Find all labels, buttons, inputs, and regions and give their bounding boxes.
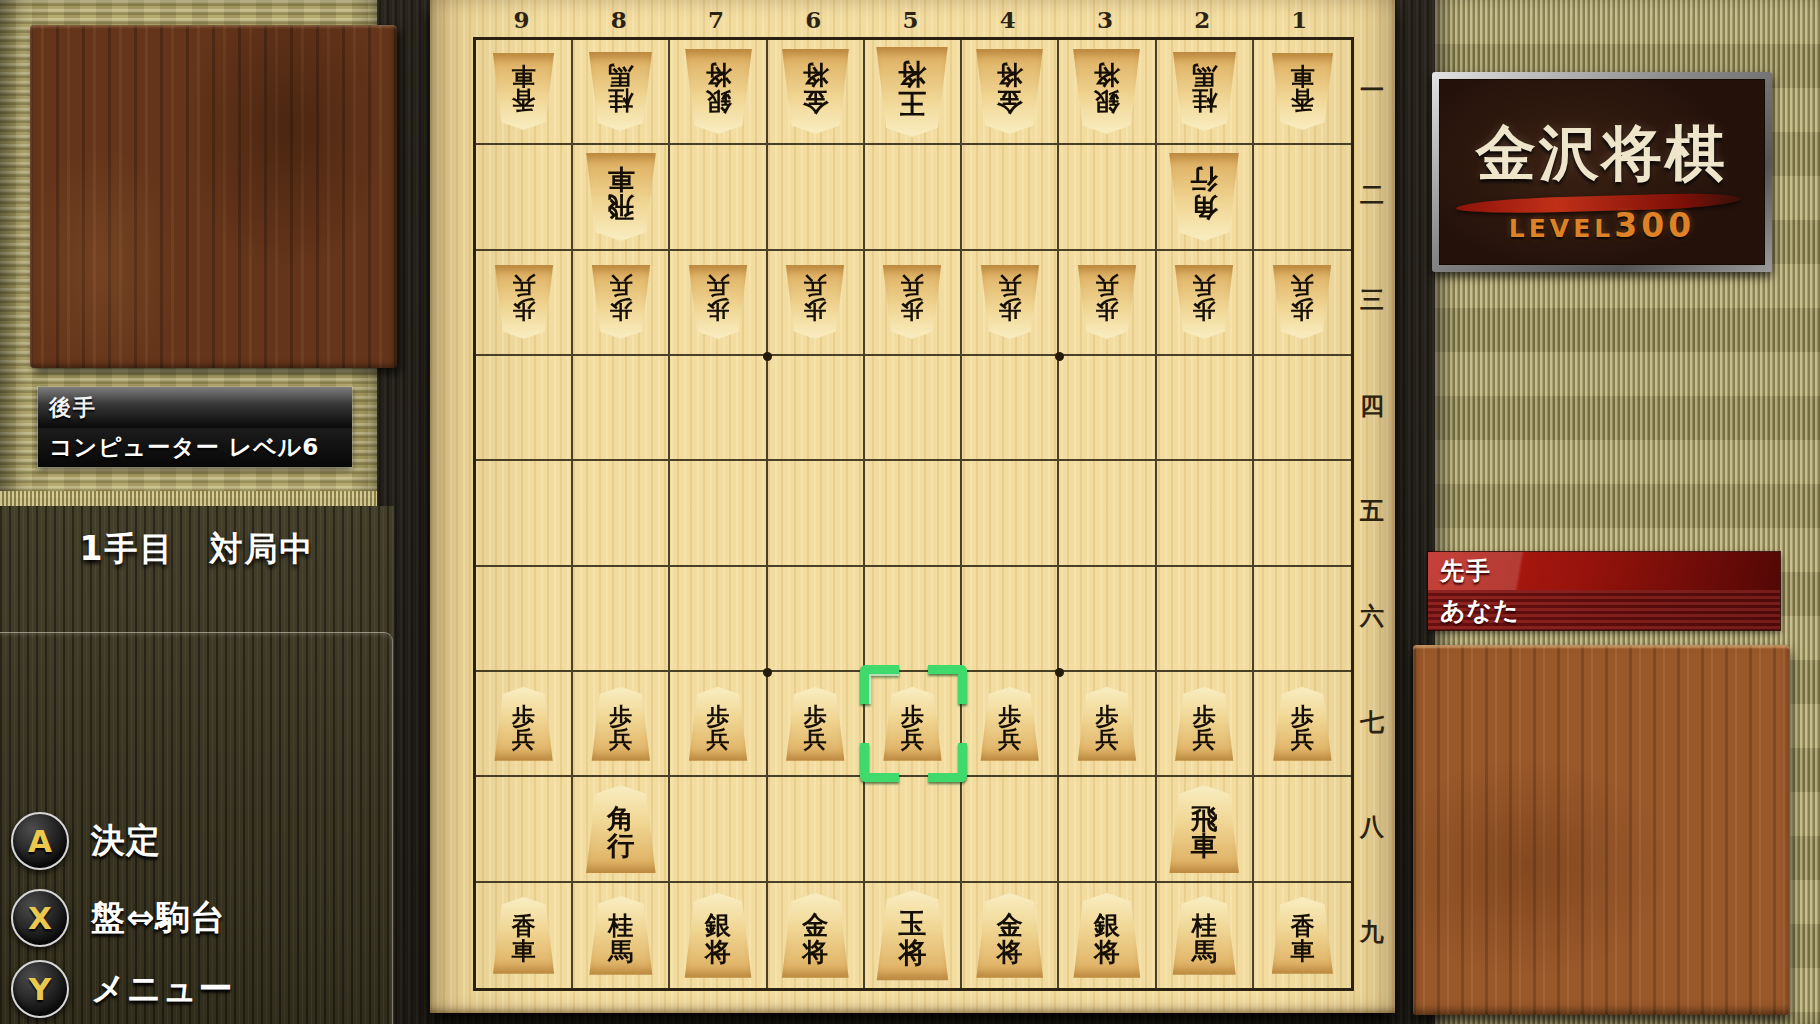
shogi-piece-r-gote[interactable]: 飛車 xyxy=(584,153,658,241)
game-logo-plaque: 金沢将棋 LEVEL300 xyxy=(1432,72,1772,272)
piece-kanji: 兵 xyxy=(1291,275,1314,298)
piece-kanji: 歩 xyxy=(1291,704,1314,727)
shogi-piece-n-gote[interactable]: 桂馬 xyxy=(1171,52,1238,131)
board-square[interactable]: 歩兵 xyxy=(1157,672,1254,777)
piece-kanji: 車 xyxy=(1290,939,1314,963)
rank-label: 二 xyxy=(1352,142,1392,247)
piece-kanji: 兵 xyxy=(1291,727,1314,750)
piece-kanji: 兵 xyxy=(1095,727,1118,750)
board-square[interactable] xyxy=(1254,145,1351,250)
shogi-piece-s-gote[interactable]: 銀将 xyxy=(1071,49,1142,134)
piece-kanji: 馬 xyxy=(608,63,633,89)
logo-wood-panel: 金沢将棋 LEVEL300 xyxy=(1439,79,1765,265)
board-square[interactable]: 香車 xyxy=(476,40,573,145)
board-square[interactable]: 歩兵 xyxy=(962,672,1059,777)
board-square[interactable] xyxy=(865,356,962,461)
piece-kanji: 歩 xyxy=(901,299,924,322)
rank-label: 一 xyxy=(1352,37,1392,142)
gote-piece-stand[interactable] xyxy=(30,25,397,368)
shogi-piece-p-sente[interactable]: 歩兵 xyxy=(1271,687,1333,761)
board-square[interactable]: 歩兵 xyxy=(1059,251,1156,356)
piece-kanji: 歩 xyxy=(707,704,730,727)
piece-kanji: 兵 xyxy=(707,727,730,750)
shogi-piece-p-gote[interactable]: 歩兵 xyxy=(1271,265,1333,339)
piece-kanji: 歩 xyxy=(512,299,535,322)
board-square[interactable]: 香車 xyxy=(1254,40,1351,145)
board-square[interactable] xyxy=(865,567,962,672)
x-button-icon[interactable]: X xyxy=(11,889,69,947)
board-square[interactable]: 飛車 xyxy=(1157,777,1254,882)
rank-label: 六 xyxy=(1352,564,1392,669)
shogi-piece-r-sente[interactable]: 飛車 xyxy=(1167,785,1241,873)
board-square[interactable]: 歩兵 xyxy=(1254,672,1351,777)
piece-kanji: 将 xyxy=(1094,62,1120,89)
gote-side-label: 後手 xyxy=(38,387,352,428)
board-square[interactable]: 金将 xyxy=(768,40,865,145)
board-square[interactable]: 歩兵 xyxy=(476,672,573,777)
rank-label: 九 xyxy=(1352,880,1392,985)
file-label: 3 xyxy=(1056,3,1153,35)
board-square[interactable] xyxy=(670,145,767,250)
board-square[interactable]: 歩兵 xyxy=(573,672,670,777)
piece-kanji: 金 xyxy=(802,912,828,939)
piece-kanji: 車 xyxy=(607,166,634,194)
file-label: 4 xyxy=(959,3,1056,35)
button-hint-x[interactable]: X盤⇔駒台 xyxy=(11,889,226,947)
rank-label: 七 xyxy=(1352,669,1392,774)
piece-kanji: 金 xyxy=(997,912,1023,939)
piece-kanji: 歩 xyxy=(512,704,535,727)
button-hint-label: 決定 xyxy=(91,818,161,864)
shogi-piece-g-gote[interactable]: 金将 xyxy=(780,49,851,134)
board-square[interactable] xyxy=(1059,356,1156,461)
board-square[interactable] xyxy=(476,356,573,461)
board-square[interactable] xyxy=(476,567,573,672)
board-square[interactable]: 香車 xyxy=(1254,883,1351,988)
board-square[interactable] xyxy=(1254,461,1351,566)
move-status-text: 1手目 対局中 xyxy=(0,527,394,572)
board-square[interactable] xyxy=(962,461,1059,566)
file-label: 1 xyxy=(1251,3,1348,35)
board-square[interactable] xyxy=(768,777,865,882)
piece-kanji: 兵 xyxy=(901,727,924,750)
sente-side-label: 先手 xyxy=(1428,552,1780,590)
board-square[interactable]: 歩兵 xyxy=(1157,251,1254,356)
piece-kanji: 歩 xyxy=(707,299,730,322)
board-square[interactable] xyxy=(573,461,670,566)
piece-kanji: 兵 xyxy=(1095,275,1118,298)
board-square[interactable] xyxy=(670,777,767,882)
shogi-piece-n-sente[interactable]: 桂馬 xyxy=(587,896,654,975)
piece-kanji: 将 xyxy=(705,939,731,966)
piece-kanji: 将 xyxy=(1094,939,1120,966)
piece-kanji: 玉 xyxy=(898,910,926,939)
piece-kanji: 飛 xyxy=(607,193,634,221)
hoshi-star-point xyxy=(1055,668,1064,677)
piece-kanji: 歩 xyxy=(1095,299,1118,322)
piece-kanji: 馬 xyxy=(608,939,633,965)
shogi-piece-s-sente[interactable]: 銀将 xyxy=(1071,893,1142,978)
board-square[interactable]: 銀将 xyxy=(1059,40,1156,145)
board-square[interactable]: 玉将 xyxy=(865,883,962,988)
shogi-piece-l-gote[interactable]: 香車 xyxy=(1270,53,1335,130)
button-hint-panel: A決定X盤⇔駒台Yメニュー xyxy=(0,632,393,1024)
button-hint-label: メニュー xyxy=(91,966,233,1012)
shogi-board[interactable]: 987654321 一二三四五六七八九 香車桂馬銀将金将王将金将銀将桂馬香車飛車… xyxy=(430,0,1395,1013)
y-button-icon[interactable]: Y xyxy=(11,960,69,1018)
piece-kanji: 将 xyxy=(997,939,1023,966)
gote-name-plate: 後手 コンピューター レベル6 xyxy=(38,387,352,467)
shogi-piece-p-gote[interactable]: 歩兵 xyxy=(493,265,555,339)
shogi-piece-l-gote[interactable]: 香車 xyxy=(491,53,556,130)
piece-kanji: 兵 xyxy=(1193,275,1216,298)
piece-kanji: 歩 xyxy=(998,704,1021,727)
logo-level-number: 300 xyxy=(1614,206,1695,245)
piece-kanji: 兵 xyxy=(512,275,535,298)
piece-kanji: 兵 xyxy=(707,275,730,298)
piece-kanji: 歩 xyxy=(1291,299,1314,322)
board-square[interactable] xyxy=(1059,777,1156,882)
shogi-piece-p-sente[interactable]: 歩兵 xyxy=(979,687,1041,761)
shogi-piece-k-gote[interactable]: 王将 xyxy=(874,47,950,137)
board-square[interactable]: 桂馬 xyxy=(573,40,670,145)
shogi-piece-p-sente[interactable]: 歩兵 xyxy=(881,687,943,761)
file-label: 8 xyxy=(570,3,667,35)
piece-kanji: 桂 xyxy=(1192,913,1217,939)
piece-kanji: 兵 xyxy=(998,727,1021,750)
piece-kanji: 馬 xyxy=(1192,63,1217,89)
board-square[interactable]: 金将 xyxy=(962,883,1059,988)
shogi-piece-p-gote[interactable]: 歩兵 xyxy=(881,265,943,339)
board-square[interactable] xyxy=(1059,145,1156,250)
piece-kanji: 角 xyxy=(1191,193,1218,221)
piece-kanji: 歩 xyxy=(804,704,827,727)
board-square[interactable] xyxy=(670,567,767,672)
board-square[interactable]: 歩兵 xyxy=(962,251,1059,356)
sente-piece-stand[interactable] xyxy=(1413,645,1790,1015)
button-hint-label: 盤⇔駒台 xyxy=(91,895,226,941)
piece-kanji: 兵 xyxy=(804,727,827,750)
board-square[interactable]: 歩兵 xyxy=(573,251,670,356)
a-button-icon[interactable]: A xyxy=(11,812,69,870)
board-square[interactable]: 角行 xyxy=(573,777,670,882)
board-square[interactable] xyxy=(768,461,865,566)
shogi-piece-l-sente[interactable]: 香車 xyxy=(491,897,556,974)
piece-kanji: 香 xyxy=(512,88,536,112)
board-square[interactable] xyxy=(962,356,1059,461)
board-square[interactable]: 歩兵 xyxy=(476,251,573,356)
board-square[interactable] xyxy=(1254,356,1351,461)
board-square[interactable]: 金将 xyxy=(962,40,1059,145)
rank-label: 三 xyxy=(1352,248,1392,353)
piece-kanji: 兵 xyxy=(609,275,632,298)
piece-kanji: 将 xyxy=(898,60,926,89)
board-square[interactable] xyxy=(865,777,962,882)
piece-kanji: 将 xyxy=(705,62,731,89)
shogi-piece-g-sente[interactable]: 金将 xyxy=(974,893,1045,978)
piece-kanji: 兵 xyxy=(609,727,632,750)
rank-label: 四 xyxy=(1352,353,1392,458)
board-square[interactable] xyxy=(476,777,573,882)
piece-kanji: 車 xyxy=(1191,832,1218,860)
piece-kanji: 歩 xyxy=(1193,704,1216,727)
board-square[interactable] xyxy=(1157,567,1254,672)
piece-kanji: 歩 xyxy=(1193,299,1216,322)
shogi-piece-p-gote[interactable]: 歩兵 xyxy=(784,265,846,339)
logo-level-text: LEVEL300 xyxy=(1440,206,1764,245)
board-square[interactable]: 歩兵 xyxy=(670,672,767,777)
shogi-piece-p-sente[interactable]: 歩兵 xyxy=(1173,687,1235,761)
piece-kanji: 車 xyxy=(512,64,536,88)
board-square[interactable] xyxy=(1059,461,1156,566)
board-square[interactable] xyxy=(670,461,767,566)
board-square[interactable] xyxy=(573,356,670,461)
piece-kanji: 香 xyxy=(1290,88,1314,112)
file-label: 5 xyxy=(862,3,959,35)
board-square[interactable] xyxy=(1254,567,1351,672)
shogi-piece-s-gote[interactable]: 銀将 xyxy=(683,49,754,134)
board-square[interactable] xyxy=(670,356,767,461)
piece-kanji: 飛 xyxy=(1191,805,1218,833)
piece-kanji: 行 xyxy=(1191,166,1218,194)
piece-kanji: 兵 xyxy=(901,275,924,298)
board-square[interactable]: 歩兵 xyxy=(670,251,767,356)
shogi-piece-p-gote[interactable]: 歩兵 xyxy=(1173,265,1235,339)
shogi-piece-j-sente[interactable]: 玉将 xyxy=(874,890,950,980)
shogi-piece-s-sente[interactable]: 銀将 xyxy=(683,893,754,978)
piece-kanji: 歩 xyxy=(804,299,827,322)
piece-kanji: 行 xyxy=(607,832,634,860)
sente-name-plate: 先手 あなた xyxy=(1428,552,1780,630)
board-square[interactable] xyxy=(476,461,573,566)
board-grid[interactable]: 香車桂馬銀将金将王将金将銀将桂馬香車飛車角行歩兵歩兵歩兵歩兵歩兵歩兵歩兵歩兵歩兵… xyxy=(473,37,1354,991)
piece-kanji: 将 xyxy=(802,939,828,966)
board-square[interactable] xyxy=(573,567,670,672)
hoshi-star-point xyxy=(1055,352,1064,361)
piece-kanji: 歩 xyxy=(901,704,924,727)
piece-kanji: 銀 xyxy=(705,912,731,939)
shogi-piece-p-sente[interactable]: 歩兵 xyxy=(687,687,749,761)
file-label: 6 xyxy=(765,3,862,35)
button-hint-a[interactable]: A決定 xyxy=(11,812,161,870)
piece-kanji: 角 xyxy=(607,805,634,833)
piece-kanji: 王 xyxy=(898,88,926,117)
board-square[interactable] xyxy=(1157,356,1254,461)
file-coordinate-labels: 987654321 xyxy=(473,3,1348,35)
piece-kanji: 金 xyxy=(802,88,828,115)
board-square[interactable]: 香車 xyxy=(476,883,573,988)
shogi-piece-p-sente[interactable]: 歩兵 xyxy=(784,687,846,761)
shogi-piece-p-sente[interactable]: 歩兵 xyxy=(1076,687,1138,761)
shogi-piece-p-sente[interactable]: 歩兵 xyxy=(493,687,555,761)
board-square[interactable]: 角行 xyxy=(1157,145,1254,250)
button-hint-y[interactable]: Yメニュー xyxy=(11,960,233,1018)
board-square[interactable] xyxy=(962,777,1059,882)
shogi-piece-g-gote[interactable]: 金将 xyxy=(974,49,1045,134)
rank-label: 八 xyxy=(1352,774,1392,879)
shogi-piece-p-gote[interactable]: 歩兵 xyxy=(687,265,749,339)
board-square[interactable] xyxy=(962,145,1059,250)
shogi-piece-b-sente[interactable]: 角行 xyxy=(584,785,658,873)
piece-kanji: 兵 xyxy=(804,275,827,298)
board-square[interactable]: 王将 xyxy=(865,40,962,145)
piece-kanji: 桂 xyxy=(608,88,633,114)
piece-kanji: 桂 xyxy=(1192,88,1217,114)
shogi-piece-p-sente[interactable]: 歩兵 xyxy=(590,687,652,761)
piece-kanji: 車 xyxy=(1290,64,1314,88)
board-square[interactable]: 桂馬 xyxy=(1157,40,1254,145)
board-square[interactable]: 桂馬 xyxy=(573,883,670,988)
board-square[interactable] xyxy=(768,567,865,672)
logo-title-text: 金沢将棋 xyxy=(1440,114,1764,195)
logo-level-word: LEVEL xyxy=(1509,214,1614,243)
board-square[interactable]: 飛車 xyxy=(573,145,670,250)
hoshi-star-point xyxy=(763,352,772,361)
piece-kanji: 銀 xyxy=(705,88,731,115)
board-square[interactable] xyxy=(865,145,962,250)
board-square[interactable]: 銀将 xyxy=(1059,883,1156,988)
piece-kanji: 兵 xyxy=(998,275,1021,298)
piece-kanji: 将 xyxy=(898,939,926,968)
shogi-piece-n-sente[interactable]: 桂馬 xyxy=(1171,896,1238,975)
board-square[interactable]: 歩兵 xyxy=(865,251,962,356)
piece-kanji: 歩 xyxy=(609,299,632,322)
board-square[interactable]: 歩兵 xyxy=(1059,672,1156,777)
rank-label: 五 xyxy=(1352,458,1392,563)
board-square[interactable] xyxy=(768,145,865,250)
board-square[interactable]: 金将 xyxy=(768,883,865,988)
board-square[interactable]: 銀将 xyxy=(670,40,767,145)
piece-kanji: 兵 xyxy=(512,727,535,750)
piece-kanji: 将 xyxy=(997,62,1023,89)
piece-kanji: 桂 xyxy=(608,913,633,939)
board-square[interactable]: 銀将 xyxy=(670,883,767,988)
shogi-piece-p-gote[interactable]: 歩兵 xyxy=(1076,265,1138,339)
piece-kanji: 銀 xyxy=(1094,912,1120,939)
file-label: 2 xyxy=(1154,3,1251,35)
board-square[interactable] xyxy=(476,145,573,250)
board-square[interactable]: 桂馬 xyxy=(1157,883,1254,988)
piece-kanji: 馬 xyxy=(1192,939,1217,965)
piece-kanji: 歩 xyxy=(998,299,1021,322)
file-label: 9 xyxy=(473,3,570,35)
rank-coordinate-labels: 一二三四五六七八九 xyxy=(1352,37,1392,985)
piece-kanji: 将 xyxy=(802,62,828,89)
board-square[interactable] xyxy=(1059,567,1156,672)
sente-player-name: あなた xyxy=(1428,590,1780,630)
shogi-piece-p-gote[interactable]: 歩兵 xyxy=(590,265,652,339)
piece-kanji: 兵 xyxy=(1193,727,1216,750)
gote-player-name: コンピューター レベル6 xyxy=(38,428,352,467)
board-square[interactable]: 歩兵 xyxy=(1254,251,1351,356)
piece-kanji: 銀 xyxy=(1094,88,1120,115)
shogi-piece-b-gote[interactable]: 角行 xyxy=(1167,153,1241,241)
piece-kanji: 歩 xyxy=(1095,704,1118,727)
shogi-piece-g-sente[interactable]: 金将 xyxy=(780,893,851,978)
board-square[interactable] xyxy=(865,461,962,566)
shogi-piece-n-gote[interactable]: 桂馬 xyxy=(587,52,654,131)
board-square[interactable]: 歩兵 xyxy=(768,672,865,777)
hoshi-star-point xyxy=(763,668,772,677)
piece-kanji: 車 xyxy=(512,939,536,963)
piece-kanji: 歩 xyxy=(609,704,632,727)
board-square[interactable] xyxy=(1254,777,1351,882)
file-label: 7 xyxy=(667,3,764,35)
shogi-piece-p-gote[interactable]: 歩兵 xyxy=(979,265,1041,339)
shogi-piece-l-sente[interactable]: 香車 xyxy=(1270,897,1335,974)
piece-kanji: 金 xyxy=(997,88,1023,115)
board-square[interactable] xyxy=(1157,461,1254,566)
board-square[interactable]: 歩兵 xyxy=(865,672,962,777)
board-square[interactable] xyxy=(962,567,1059,672)
board-square[interactable]: 歩兵 xyxy=(768,251,865,356)
board-square[interactable] xyxy=(768,356,865,461)
